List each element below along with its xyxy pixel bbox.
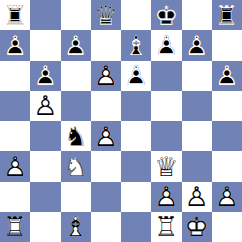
square-f2[interactable]: ♟♙ — [151, 182, 181, 212]
bishop-fill-glyph: ♝ — [61, 212, 91, 242]
pawn-outline-glyph: ♙ — [91, 121, 121, 151]
square-d2[interactable] — [91, 182, 121, 212]
square-h5[interactable] — [212, 91, 242, 121]
black-pawn-g7[interactable]: ♟♙ — [182, 30, 212, 60]
black-pawn-h6[interactable]: ♟♙ — [212, 61, 242, 91]
square-a5[interactable] — [0, 91, 30, 121]
square-f3[interactable]: ♛♕ — [151, 151, 181, 181]
king-fill-glyph: ♚ — [151, 0, 181, 30]
king-outline-glyph: ♔ — [151, 0, 181, 30]
black-king-f8[interactable]: ♚♔ — [151, 0, 181, 30]
square-g8[interactable] — [182, 0, 212, 30]
knight-fill-glyph: ♞ — [61, 151, 91, 181]
black-pawn-a7[interactable]: ♟♙ — [0, 30, 30, 60]
pawn-fill-glyph: ♟ — [30, 61, 60, 91]
square-d6[interactable]: ♟♙ — [91, 61, 121, 91]
pawn-fill-glyph: ♟ — [91, 61, 121, 91]
rook-outline-glyph: ♖ — [212, 0, 242, 30]
pawn-outline-glyph: ♙ — [151, 182, 181, 212]
black-rook-a8[interactable]: ♜♖ — [0, 0, 30, 30]
pawn-outline-glyph: ♙ — [182, 182, 212, 212]
square-f1[interactable]: ♜♖ — [151, 212, 181, 242]
square-f4[interactable] — [151, 121, 181, 151]
square-b5[interactable]: ♟♙ — [30, 91, 60, 121]
square-d8[interactable]: ♛♕ — [91, 0, 121, 30]
rook-outline-glyph: ♖ — [151, 212, 181, 242]
square-b3[interactable] — [30, 151, 60, 181]
square-d1[interactable] — [91, 212, 121, 242]
square-f7[interactable]: ♟♙ — [151, 30, 181, 60]
square-g7[interactable]: ♟♙ — [182, 30, 212, 60]
bishop-outline-glyph: ♗ — [61, 212, 91, 242]
square-c2[interactable] — [61, 182, 91, 212]
pawn-outline-glyph: ♙ — [212, 182, 242, 212]
pawn-fill-glyph: ♟ — [0, 30, 30, 60]
white-knight-c3[interactable]: ♞♘ — [61, 151, 91, 181]
rook-fill-glyph: ♜ — [0, 212, 30, 242]
square-c6[interactable] — [61, 61, 91, 91]
white-pawn-g2[interactable]: ♟♙ — [182, 182, 212, 212]
pawn-outline-glyph: ♙ — [0, 30, 30, 60]
square-d3[interactable] — [91, 151, 121, 181]
white-king-g1[interactable]: ♚♔ — [182, 212, 212, 242]
square-a2[interactable] — [0, 182, 30, 212]
square-e5[interactable] — [121, 91, 151, 121]
pawn-fill-glyph: ♟ — [151, 182, 181, 212]
square-b4[interactable] — [30, 121, 60, 151]
pawn-fill-glyph: ♟ — [212, 182, 242, 212]
square-g2[interactable]: ♟♙ — [182, 182, 212, 212]
square-c7[interactable]: ♟♙ — [61, 30, 91, 60]
white-pawn-b5[interactable]: ♟♙ — [30, 91, 60, 121]
pawn-outline-glyph: ♙ — [212, 61, 242, 91]
square-c1[interactable]: ♝♗ — [61, 212, 91, 242]
white-pawn-d6[interactable]: ♟♙ — [91, 61, 121, 91]
pawn-outline-glyph: ♙ — [182, 30, 212, 60]
rook-outline-glyph: ♖ — [0, 0, 30, 30]
white-pawn-a3[interactable]: ♟♙ — [0, 151, 30, 181]
white-pawn-d4[interactable]: ♟♙ — [91, 121, 121, 151]
pawn-outline-glyph: ♙ — [30, 91, 60, 121]
white-rook-a1[interactable]: ♜♖ — [0, 212, 30, 242]
queen-fill-glyph: ♛ — [151, 151, 181, 181]
pawn-outline-glyph: ♙ — [91, 61, 121, 91]
white-rook-f1[interactable]: ♜♖ — [151, 212, 181, 242]
bishop-fill-glyph: ♝ — [121, 30, 151, 60]
square-g4[interactable] — [182, 121, 212, 151]
square-e4[interactable] — [121, 121, 151, 151]
pawn-fill-glyph: ♟ — [182, 30, 212, 60]
square-c8[interactable] — [61, 0, 91, 30]
king-fill-glyph: ♚ — [182, 212, 212, 242]
bishop-outline-glyph: ♗ — [121, 30, 151, 60]
pawn-outline-glyph: ♙ — [0, 151, 30, 181]
square-b1[interactable] — [30, 212, 60, 242]
square-h4[interactable] — [212, 121, 242, 151]
pawn-fill-glyph: ♟ — [151, 30, 181, 60]
square-d5[interactable] — [91, 91, 121, 121]
square-a8[interactable]: ♜♖ — [0, 0, 30, 30]
square-b6[interactable]: ♟♙ — [30, 61, 60, 91]
rook-fill-glyph: ♜ — [0, 0, 30, 30]
square-a3[interactable]: ♟♙ — [0, 151, 30, 181]
pawn-outline-glyph: ♙ — [121, 61, 151, 91]
pawn-outline-glyph: ♙ — [30, 61, 60, 91]
square-f6[interactable] — [151, 61, 181, 91]
rook-fill-glyph: ♜ — [151, 212, 181, 242]
knight-outline-glyph: ♘ — [61, 151, 91, 181]
white-bishop-c1[interactable]: ♝♗ — [61, 212, 91, 242]
queen-outline-glyph: ♕ — [151, 151, 181, 181]
square-h2[interactable]: ♟♙ — [212, 182, 242, 212]
rook-outline-glyph: ♖ — [0, 212, 30, 242]
black-bishop-e7[interactable]: ♝♗ — [121, 30, 151, 60]
square-g6[interactable] — [182, 61, 212, 91]
pawn-fill-glyph: ♟ — [91, 121, 121, 151]
square-a1[interactable]: ♜♖ — [0, 212, 30, 242]
square-b7[interactable] — [30, 30, 60, 60]
pawn-fill-glyph: ♟ — [121, 61, 151, 91]
square-a6[interactable] — [0, 61, 30, 91]
square-a4[interactable] — [0, 121, 30, 151]
black-rook-h8[interactable]: ♜♖ — [212, 0, 242, 30]
knight-outline-glyph: ♘ — [61, 121, 91, 151]
white-pawn-f2[interactable]: ♟♙ — [151, 182, 181, 212]
square-f8[interactable]: ♚♔ — [151, 0, 181, 30]
black-pawn-b6[interactable]: ♟♙ — [30, 61, 60, 91]
king-outline-glyph: ♔ — [182, 212, 212, 242]
knight-fill-glyph: ♞ — [61, 121, 91, 151]
square-c4[interactable]: ♞♘ — [61, 121, 91, 151]
square-g3[interactable] — [182, 151, 212, 181]
black-queen-d8[interactable]: ♛♕ — [91, 0, 121, 30]
white-queen-f3[interactable]: ♛♕ — [151, 151, 181, 181]
pawn-fill-glyph: ♟ — [0, 151, 30, 181]
square-e1[interactable] — [121, 212, 151, 242]
square-h1[interactable] — [212, 212, 242, 242]
square-e6[interactable]: ♟♙ — [121, 61, 151, 91]
square-d4[interactable]: ♟♙ — [91, 121, 121, 151]
square-e2[interactable] — [121, 182, 151, 212]
pawn-fill-glyph: ♟ — [61, 30, 91, 60]
pawn-fill-glyph: ♟ — [212, 61, 242, 91]
square-h8[interactable]: ♜♖ — [212, 0, 242, 30]
black-pawn-e6[interactable]: ♟♙ — [121, 61, 151, 91]
square-f5[interactable] — [151, 91, 181, 121]
black-pawn-f7[interactable]: ♟♙ — [151, 30, 181, 60]
square-d7[interactable] — [91, 30, 121, 60]
square-e8[interactable] — [121, 0, 151, 30]
square-h3[interactable] — [212, 151, 242, 181]
square-c3[interactable]: ♞♘ — [61, 151, 91, 181]
square-a7[interactable]: ♟♙ — [0, 30, 30, 60]
pawn-outline-glyph: ♙ — [61, 30, 91, 60]
queen-outline-glyph: ♕ — [91, 0, 121, 30]
black-pawn-c7[interactable]: ♟♙ — [61, 30, 91, 60]
pawn-fill-glyph: ♟ — [30, 91, 60, 121]
pawn-fill-glyph: ♟ — [182, 182, 212, 212]
square-e7[interactable]: ♝♗ — [121, 30, 151, 60]
square-e3[interactable] — [121, 151, 151, 181]
white-pawn-h2[interactable]: ♟♙ — [212, 182, 242, 212]
black-knight-c4[interactable]: ♞♘ — [61, 121, 91, 151]
square-h7[interactable] — [212, 30, 242, 60]
square-b8[interactable] — [30, 0, 60, 30]
chess-board: ♜♖♛♕♚♔♜♖♟♙♟♙♝♗♟♙♟♙♟♙♟♙♟♙♟♙♟♙♞♘♟♙♟♙♞♘♛♕♟♙… — [0, 0, 242, 242]
pawn-outline-glyph: ♙ — [151, 30, 181, 60]
square-c5[interactable] — [61, 91, 91, 121]
square-h6[interactable]: ♟♙ — [212, 61, 242, 91]
square-b2[interactable] — [30, 182, 60, 212]
square-g5[interactable] — [182, 91, 212, 121]
queen-fill-glyph: ♛ — [91, 0, 121, 30]
square-g1[interactable]: ♚♔ — [182, 212, 212, 242]
rook-fill-glyph: ♜ — [212, 0, 242, 30]
